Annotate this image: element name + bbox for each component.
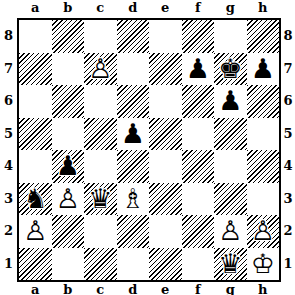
file-label-bottom-e: e — [149, 282, 182, 295]
white-pawn-c7: ♟♙ — [84, 53, 117, 86]
square-b5[interactable] — [52, 118, 85, 151]
rank-label-right-5: 5 — [281, 118, 295, 151]
square-b2[interactable] — [52, 215, 85, 248]
file-labels-bottom: abcdefgh — [19, 282, 279, 295]
square-g7[interactable]: ♚ — [214, 53, 247, 86]
square-g8[interactable] — [214, 20, 247, 53]
file-label-top-d: d — [117, 0, 150, 17]
square-c8[interactable] — [84, 20, 117, 53]
square-a6[interactable] — [19, 85, 52, 118]
black-piece-glyph: ♟ — [117, 118, 150, 151]
file-label-top-h: h — [247, 0, 280, 17]
square-h5[interactable] — [247, 118, 280, 151]
square-d7[interactable] — [117, 53, 150, 86]
square-c5[interactable] — [84, 118, 117, 151]
square-f6[interactable] — [182, 85, 215, 118]
square-d2[interactable] — [117, 215, 150, 248]
square-d6[interactable] — [117, 85, 150, 118]
file-label-bottom-c: c — [84, 282, 117, 295]
black-pawn-d5: ♟ — [117, 118, 150, 151]
file-label-bottom-g: g — [214, 282, 247, 295]
square-d4[interactable] — [117, 150, 150, 183]
square-b6[interactable] — [52, 85, 85, 118]
rank-label-right-2: 2 — [281, 215, 295, 248]
square-b7[interactable] — [52, 53, 85, 86]
square-g5[interactable] — [214, 118, 247, 151]
square-h6[interactable] — [247, 85, 280, 118]
rank-label-right-6: 6 — [281, 85, 295, 118]
square-a2[interactable]: ♟♙ — [19, 215, 52, 248]
black-piece-glyph: ♟ — [214, 85, 247, 118]
black-pawn-b4: ♟ — [52, 150, 85, 183]
square-d8[interactable] — [117, 20, 150, 53]
black-king-g7: ♚ — [214, 53, 247, 86]
rank-label-left-7: 7 — [0, 53, 17, 86]
square-h1[interactable]: ♚♔ — [247, 248, 280, 281]
square-d1[interactable] — [117, 248, 150, 281]
white-piece-outline: ♙ — [19, 215, 52, 248]
square-e4[interactable] — [149, 150, 182, 183]
square-a7[interactable] — [19, 53, 52, 86]
black-piece-glyph: ♚ — [214, 53, 247, 86]
chess-board: ♟♙♟♚♟♟♟♟♞♟♙♛♝♗♟♙♟♙♟♙♛♚♔ — [17, 18, 281, 282]
square-b4[interactable]: ♟ — [52, 150, 85, 183]
square-e7[interactable] — [149, 53, 182, 86]
white-pawn-h2: ♟♙ — [247, 215, 280, 248]
file-label-top-e: e — [149, 0, 182, 17]
rank-label-right-1: 1 — [281, 248, 295, 281]
square-e2[interactable] — [149, 215, 182, 248]
square-f3[interactable] — [182, 183, 215, 216]
square-e6[interactable] — [149, 85, 182, 118]
file-label-top-b: b — [52, 0, 85, 17]
file-label-bottom-h: h — [247, 282, 280, 295]
square-e8[interactable] — [149, 20, 182, 53]
black-piece-glyph: ♛ — [214, 248, 247, 281]
black-queen-g1: ♛ — [214, 248, 247, 281]
rank-label-right-8: 8 — [281, 20, 295, 53]
white-pawn-g2: ♟♙ — [214, 215, 247, 248]
white-piece-outline: ♙ — [247, 215, 280, 248]
square-g2[interactable]: ♟♙ — [214, 215, 247, 248]
file-label-top-c: c — [84, 0, 117, 17]
square-c2[interactable] — [84, 215, 117, 248]
white-piece-outline: ♙ — [214, 215, 247, 248]
square-a3[interactable]: ♞ — [19, 183, 52, 216]
square-c1[interactable] — [84, 248, 117, 281]
white-bishop-d3: ♝♗ — [117, 183, 150, 216]
black-piece-glyph: ♟ — [247, 53, 280, 86]
black-piece-glyph: ♟ — [182, 53, 215, 86]
black-piece-glyph: ♞ — [19, 183, 52, 216]
black-piece-glyph: ♟ — [52, 150, 85, 183]
rank-label-left-6: 6 — [0, 85, 17, 118]
file-label-top-a: a — [19, 0, 52, 17]
square-c4[interactable] — [84, 150, 117, 183]
black-queen-c3: ♛ — [84, 183, 117, 216]
square-f5[interactable] — [182, 118, 215, 151]
square-a5[interactable] — [19, 118, 52, 151]
file-labels-top: abcdefgh — [19, 0, 279, 17]
file-label-top-f: f — [182, 0, 215, 17]
rank-label-left-4: 4 — [0, 150, 17, 183]
rank-label-right-3: 3 — [281, 183, 295, 216]
square-f2[interactable] — [182, 215, 215, 248]
black-pawn-g6: ♟ — [214, 85, 247, 118]
file-label-bottom-d: d — [117, 282, 150, 295]
white-pawn-a2: ♟♙ — [19, 215, 52, 248]
square-c7[interactable]: ♟♙ — [84, 53, 117, 86]
square-h8[interactable] — [247, 20, 280, 53]
file-label-top-g: g — [214, 0, 247, 17]
rank-label-left-5: 5 — [0, 118, 17, 151]
square-b3[interactable]: ♟♙ — [52, 183, 85, 216]
square-a1[interactable] — [19, 248, 52, 281]
square-g4[interactable] — [214, 150, 247, 183]
square-h4[interactable] — [247, 150, 280, 183]
square-b1[interactable] — [52, 248, 85, 281]
square-e5[interactable] — [149, 118, 182, 151]
rank-labels-left: 87654321 — [0, 20, 17, 280]
white-piece-outline: ♗ — [117, 183, 150, 216]
white-piece-outline: ♙ — [84, 53, 117, 86]
square-g1[interactable]: ♛ — [214, 248, 247, 281]
square-d5[interactable]: ♟ — [117, 118, 150, 151]
square-a8[interactable] — [19, 20, 52, 53]
rank-labels-right: 87654321 — [281, 20, 295, 280]
rank-label-right-7: 7 — [281, 53, 295, 86]
square-a4[interactable] — [19, 150, 52, 183]
square-g6[interactable]: ♟ — [214, 85, 247, 118]
square-b8[interactable] — [52, 20, 85, 53]
file-label-bottom-b: b — [52, 282, 85, 295]
white-pawn-b3: ♟♙ — [52, 183, 85, 216]
square-d3[interactable]: ♝♗ — [117, 183, 150, 216]
square-e3[interactable] — [149, 183, 182, 216]
black-pawn-h7: ♟ — [247, 53, 280, 86]
black-knight-a3: ♞ — [19, 183, 52, 216]
file-label-bottom-f: f — [182, 282, 215, 295]
file-label-bottom-a: a — [19, 282, 52, 295]
white-king-h1: ♚♔ — [247, 248, 280, 281]
square-c3[interactable]: ♛ — [84, 183, 117, 216]
rank-label-left-8: 8 — [0, 20, 17, 53]
black-piece-glyph: ♛ — [84, 183, 117, 216]
white-piece-outline: ♙ — [52, 183, 85, 216]
square-e1[interactable] — [149, 248, 182, 281]
rank-label-left-3: 3 — [0, 183, 17, 216]
square-h2[interactable]: ♟♙ — [247, 215, 280, 248]
rank-label-left-1: 1 — [0, 248, 17, 281]
square-h7[interactable]: ♟ — [247, 53, 280, 86]
square-f7[interactable]: ♟ — [182, 53, 215, 86]
white-piece-outline: ♔ — [247, 248, 280, 281]
square-h3[interactable] — [247, 183, 280, 216]
rank-label-left-2: 2 — [0, 215, 17, 248]
black-pawn-f7: ♟ — [182, 53, 215, 86]
square-f8[interactable] — [182, 20, 215, 53]
chess-diagram: abcdefgh abcdefgh 87654321 87654321 ♟♙♟♚… — [0, 0, 295, 295]
square-f4[interactable] — [182, 150, 215, 183]
square-g3[interactable] — [214, 183, 247, 216]
square-c6[interactable] — [84, 85, 117, 118]
square-f1[interactable] — [182, 248, 215, 281]
rank-label-right-4: 4 — [281, 150, 295, 183]
